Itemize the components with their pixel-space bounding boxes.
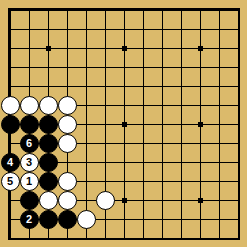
grid-line-vertical-7 xyxy=(143,10,144,238)
move-number-label: 5 xyxy=(7,176,13,187)
grid-line-vertical-12 xyxy=(238,10,239,238)
white-stone xyxy=(77,210,96,229)
grid-line-horizontal-12 xyxy=(10,238,238,239)
black-stone xyxy=(39,134,58,153)
star-point-icon xyxy=(122,198,127,203)
black-stone xyxy=(39,115,58,134)
black-stone-move-2: 2 xyxy=(20,210,39,229)
star-point-icon xyxy=(198,122,203,127)
star-point-icon xyxy=(122,122,127,127)
move-number-label: 1 xyxy=(26,176,32,187)
black-stone xyxy=(20,191,39,210)
white-stone-move-5: 5 xyxy=(1,172,20,191)
white-stone xyxy=(58,115,77,134)
white-stone xyxy=(58,172,77,191)
black-stone xyxy=(39,153,58,172)
star-point-icon xyxy=(198,46,203,51)
move-number-label: 6 xyxy=(26,138,32,149)
grid-line-vertical-8 xyxy=(162,10,163,238)
star-point-icon xyxy=(46,46,51,51)
black-stone xyxy=(39,172,58,191)
star-point-icon xyxy=(122,46,127,51)
white-stone xyxy=(39,96,58,115)
black-stone xyxy=(39,210,58,229)
white-stone xyxy=(58,96,77,115)
go-board[interactable]: 643512 xyxy=(8,8,240,240)
grid-line-vertical-11 xyxy=(219,10,220,238)
white-stone xyxy=(1,96,20,115)
black-stone-move-6: 6 xyxy=(20,134,39,153)
white-stone xyxy=(58,134,77,153)
black-stone-move-4: 4 xyxy=(1,153,20,172)
black-stone xyxy=(1,115,20,134)
diagram-background: 643512 xyxy=(0,0,247,247)
black-stone xyxy=(58,210,77,229)
white-stone xyxy=(20,96,39,115)
white-stone-move-1: 1 xyxy=(20,172,39,191)
grid-line-vertical-9 xyxy=(181,10,182,238)
white-stone xyxy=(39,191,58,210)
move-number-label: 3 xyxy=(26,157,32,168)
move-number-label: 2 xyxy=(26,214,32,225)
move-number-label: 4 xyxy=(7,157,13,168)
white-stone xyxy=(58,191,77,210)
white-stone xyxy=(96,191,115,210)
star-point-icon xyxy=(198,198,203,203)
white-stone-move-3: 3 xyxy=(20,153,39,172)
black-stone xyxy=(20,115,39,134)
